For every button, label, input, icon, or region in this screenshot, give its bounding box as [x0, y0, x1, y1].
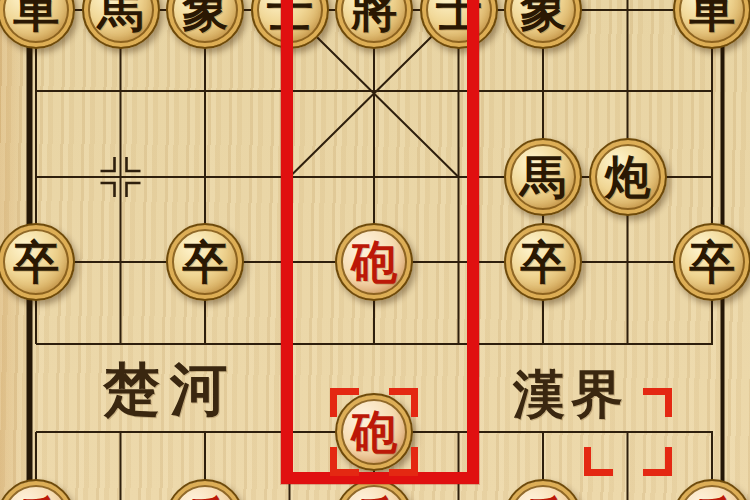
point-marker	[101, 157, 141, 197]
piece-red-soldier[interactable]: 兵	[166, 479, 244, 500]
piece-black-chariot[interactable]: 車	[673, 0, 750, 49]
piece-black-chariot[interactable]: 車	[0, 0, 75, 49]
piece-black-soldier[interactable]: 卒	[166, 223, 244, 301]
selection-corner-tr	[643, 388, 672, 417]
piece-black-cannon[interactable]: 炮	[589, 138, 667, 216]
selection-corner-br	[643, 447, 672, 476]
piece-black-elephant[interactable]: 象	[166, 0, 244, 49]
piece-black-soldier[interactable]: 卒	[673, 223, 750, 301]
piece-red-soldier[interactable]: 兵	[673, 479, 750, 500]
piece-black-elephant[interactable]: 象	[504, 0, 582, 49]
piece-black-soldier[interactable]: 卒	[0, 223, 75, 301]
piece-black-general[interactable]: 將	[335, 0, 413, 49]
xiangqi-board-screenshot: 楚河 漢界 車馬象士將士象車馬炮卒卒砲卒卒砲兵兵兵兵兵	[0, 0, 750, 500]
river-text-chu-he: 楚河	[103, 352, 237, 429]
piece-red-soldier[interactable]: 兵	[335, 479, 413, 500]
piece-red-soldier[interactable]: 兵	[0, 479, 75, 500]
river-text-han-jie: 漢界	[513, 360, 629, 430]
piece-black-horse[interactable]: 馬	[82, 0, 160, 49]
piece-black-soldier[interactable]: 卒	[504, 223, 582, 301]
piece-black-advisor[interactable]: 士	[420, 0, 498, 49]
selection-corner-bl	[584, 447, 613, 476]
piece-red-cannon[interactable]: 砲	[335, 223, 413, 301]
piece-black-advisor[interactable]: 士	[251, 0, 329, 49]
piece-black-horse[interactable]: 馬	[504, 138, 582, 216]
piece-red-soldier[interactable]: 兵	[504, 479, 582, 500]
piece-red-cannon[interactable]: 砲	[335, 393, 413, 471]
